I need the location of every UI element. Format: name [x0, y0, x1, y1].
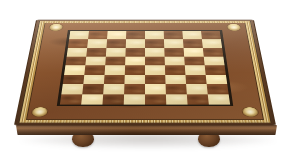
- square-d6: [125, 48, 145, 57]
- square-e5: [145, 56, 165, 65]
- square-h4: [205, 65, 226, 74]
- square-h7: [202, 39, 222, 47]
- square-g4: [185, 65, 206, 74]
- square-e2: [145, 84, 166, 94]
- square-a8: [69, 31, 89, 39]
- square-a1: [60, 94, 82, 104]
- square-c5: [105, 56, 125, 65]
- square-h1: [208, 94, 230, 104]
- square-a7: [68, 39, 88, 47]
- square-c7: [106, 39, 126, 47]
- square-f5: [165, 56, 185, 65]
- square-d2: [124, 84, 145, 94]
- square-a5: [65, 56, 86, 65]
- square-f2: [166, 84, 187, 94]
- square-d7: [126, 39, 145, 47]
- square-g2: [186, 84, 208, 94]
- square-b4: [84, 65, 105, 74]
- square-b8: [88, 31, 108, 39]
- medallion-bottom-right: [242, 107, 258, 116]
- square-h8: [201, 31, 221, 39]
- square-e7: [145, 39, 164, 47]
- square-g3: [185, 75, 206, 85]
- square-f6: [164, 48, 184, 57]
- square-c2: [103, 84, 124, 94]
- square-g8: [182, 31, 202, 39]
- square-d3: [124, 75, 145, 85]
- square-c6: [106, 48, 126, 57]
- square-f7: [164, 39, 184, 47]
- square-e4: [145, 65, 165, 74]
- square-f8: [164, 31, 183, 39]
- square-f3: [165, 75, 186, 85]
- square-g5: [184, 56, 205, 65]
- square-b2: [82, 84, 104, 94]
- square-h2: [207, 84, 229, 94]
- square-c4: [105, 65, 126, 74]
- board-shadow: [18, 134, 278, 149]
- square-f4: [165, 65, 186, 74]
- square-b6: [86, 48, 106, 57]
- medallion-top-right: [227, 24, 241, 31]
- square-d5: [125, 56, 145, 65]
- square-h6: [203, 48, 224, 57]
- square-e6: [145, 48, 165, 57]
- square-g7: [183, 39, 203, 47]
- square-c3: [104, 75, 125, 85]
- square-d1: [124, 94, 145, 104]
- chess-board: [15, 20, 275, 125]
- square-b7: [87, 39, 107, 47]
- square-a3: [63, 75, 85, 85]
- square-h3: [206, 75, 228, 85]
- square-c8: [107, 31, 126, 39]
- square-d4: [125, 65, 145, 74]
- square-a2: [61, 84, 83, 94]
- square-g6: [184, 48, 204, 57]
- square-b5: [85, 56, 106, 65]
- chessboard-product-photo: [0, 0, 290, 158]
- square-e1: [145, 94, 166, 104]
- board-front-edge: [16, 125, 277, 135]
- square-b3: [83, 75, 104, 85]
- square-e8: [145, 31, 164, 39]
- square-b1: [81, 94, 103, 104]
- board-grid: [60, 31, 230, 105]
- square-a4: [64, 65, 85, 74]
- square-f1: [166, 94, 188, 104]
- square-c1: [102, 94, 124, 104]
- square-e3: [145, 75, 166, 85]
- square-h5: [204, 56, 225, 65]
- square-a6: [67, 48, 88, 57]
- square-d8: [126, 31, 145, 39]
- square-g1: [187, 94, 209, 104]
